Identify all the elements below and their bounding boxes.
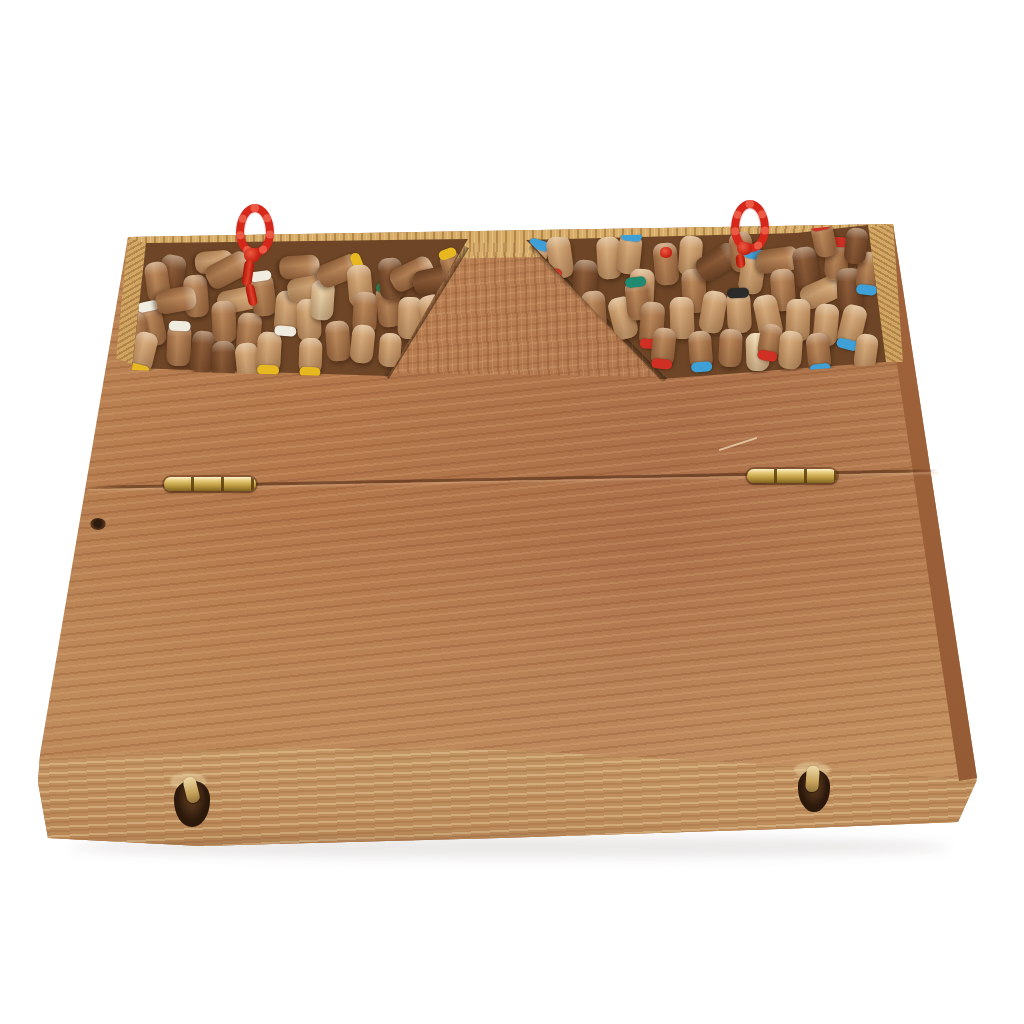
peg-shading — [325, 320, 352, 362]
white-cap — [169, 321, 190, 332]
wooden-peg — [718, 328, 743, 367]
peg-shading — [349, 324, 376, 364]
black-cap — [727, 287, 749, 298]
yellow-cap — [257, 364, 279, 375]
wooden-peg — [805, 332, 832, 372]
brass-hinge-right — [747, 469, 837, 483]
board-top-face — [0, 0, 1024, 1024]
wooden-peg — [650, 327, 677, 367]
wooden-peg — [166, 324, 191, 367]
wooden-peg — [211, 300, 237, 343]
blue-cap — [691, 361, 712, 372]
latch-pin-left — [168, 773, 214, 829]
product-photo — [0, 0, 1024, 1024]
wooden-peg — [777, 330, 803, 370]
wooden-peg — [726, 290, 752, 333]
wooden-peg — [349, 324, 376, 364]
teal-cap — [625, 276, 646, 288]
latch-pin-right — [792, 762, 834, 814]
peg-shading — [211, 300, 237, 343]
wooden-peg — [843, 227, 869, 265]
wooden-peg — [298, 338, 322, 375]
white-cap — [274, 325, 296, 337]
ground-shadow — [70, 836, 950, 858]
cord-tail — [735, 254, 745, 269]
wooden-peg — [256, 331, 282, 372]
wooden-peg — [687, 330, 713, 370]
peg-shading — [777, 330, 803, 370]
peg-shading — [843, 227, 869, 265]
peg-shading — [718, 328, 743, 367]
brass-pin-icon — [805, 766, 820, 793]
brass-hinge-left — [164, 477, 256, 491]
cord-knot — [660, 247, 672, 258]
blue-cap — [856, 284, 877, 296]
wooden-peg — [325, 320, 352, 362]
wood-knot — [90, 518, 106, 530]
red-cap — [651, 358, 672, 370]
